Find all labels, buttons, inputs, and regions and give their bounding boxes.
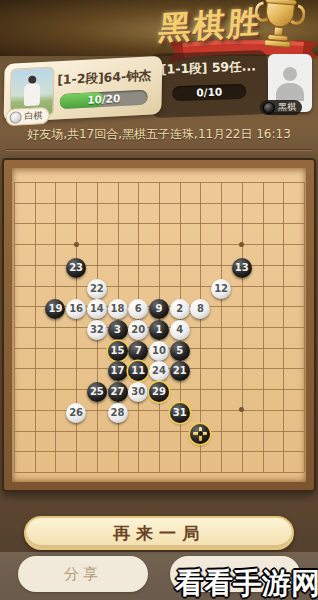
board-intersection[interactable]: [231, 275, 252, 296]
board-intersection[interactable]: [231, 172, 252, 193]
board-intersection[interactable]: [294, 420, 315, 441]
play-again-button[interactable]: 再来一局: [24, 516, 294, 550]
white-player-name: [1-2段]64-钟杰: [57, 67, 161, 89]
board-intersection[interactable]: [128, 399, 149, 420]
stone-6-white: 6: [128, 299, 148, 319]
stone-32-white: 32: [87, 320, 107, 340]
stone-move-number: 31: [170, 403, 190, 423]
black-progress-text: 0/10: [172, 84, 246, 102]
board-intersection[interactable]: [231, 379, 252, 400]
board-intersection[interactable]: [169, 172, 190, 193]
board-intersection[interactable]: [294, 358, 315, 379]
board-intersection[interactable]: [4, 379, 25, 400]
board-intersection[interactable]: [45, 441, 66, 462]
stone-20-white: 20: [128, 320, 148, 340]
board-intersection[interactable]: [294, 441, 315, 462]
board-intersection[interactable]: [273, 192, 294, 213]
stone-move-number: 20: [128, 320, 148, 340]
board-intersection[interactable]: [45, 399, 66, 420]
board-intersection[interactable]: [190, 358, 211, 379]
board-intersection[interactable]: 31: [169, 399, 190, 420]
stone-move-number: 1: [149, 320, 169, 340]
board-intersection[interactable]: [211, 358, 232, 379]
stone-11-black: 11: [128, 361, 148, 381]
white-player-panel: 白棋 [1-2段]64-钟杰 10/20: [4, 56, 163, 122]
board-intersection[interactable]: 19: [45, 296, 66, 317]
board-intersection[interactable]: [24, 317, 45, 338]
board-intersection[interactable]: [294, 172, 315, 193]
board-frame: 2313221219161418692832320141571051711242…: [2, 158, 316, 492]
board-intersection[interactable]: [24, 234, 45, 255]
board-intersection[interactable]: 32: [86, 317, 107, 338]
board-intersection[interactable]: [231, 296, 252, 317]
board-intersection[interactable]: [149, 275, 170, 296]
board-intersection[interactable]: [86, 192, 107, 213]
board-intersection[interactable]: 23: [66, 254, 87, 275]
board-intersection[interactable]: [252, 358, 273, 379]
board-intersection[interactable]: [4, 275, 25, 296]
board-intersection[interactable]: [252, 254, 273, 275]
board-intersection[interactable]: [294, 399, 315, 420]
stone-30-white: 30: [128, 382, 148, 402]
board-intersection[interactable]: [190, 172, 211, 193]
stone-24-white: 24: [149, 361, 169, 381]
stone-move-number: 8: [190, 299, 210, 319]
board-intersection[interactable]: [4, 172, 25, 193]
board-intersection[interactable]: [107, 275, 128, 296]
board-intersection[interactable]: [190, 213, 211, 234]
board-intersection[interactable]: 9: [149, 296, 170, 317]
board-intersection[interactable]: [273, 379, 294, 400]
board-intersection[interactable]: [231, 441, 252, 462]
stone-4-white: 4: [170, 320, 190, 340]
board-intersection[interactable]: [128, 275, 149, 296]
avatar-silhouette-head: [283, 67, 297, 81]
board-intersection[interactable]: 13: [231, 254, 252, 275]
board-intersection[interactable]: [128, 254, 149, 275]
board-intersection[interactable]: [252, 172, 273, 193]
stone-move-number: 16: [66, 299, 86, 319]
board-intersection[interactable]: [169, 192, 190, 213]
board-intersection[interactable]: [273, 358, 294, 379]
board-intersection[interactable]: [169, 234, 190, 255]
board-intersection[interactable]: [45, 254, 66, 275]
board-intersection[interactable]: [66, 317, 87, 338]
board-intersection[interactable]: [252, 275, 273, 296]
board-intersection[interactable]: [190, 192, 211, 213]
gomoku-result-screen: 黑棋胜 白棋 [1-2段]64-钟杰: [0, 0, 318, 600]
board-intersection[interactable]: [211, 234, 232, 255]
board-intersection[interactable]: [4, 441, 25, 462]
board-intersection[interactable]: [4, 254, 25, 275]
board-intersection[interactable]: [231, 420, 252, 441]
board-intersection[interactable]: [211, 420, 232, 441]
stone-5-black: 5: [170, 341, 190, 361]
avatar-person-body: [24, 83, 40, 106]
board-intersection[interactable]: [66, 172, 87, 193]
board-intersection[interactable]: [24, 358, 45, 379]
board-intersection[interactable]: [45, 172, 66, 193]
board-intersection[interactable]: 26: [66, 399, 87, 420]
board-intersection[interactable]: [24, 296, 45, 317]
board-intersection[interactable]: [149, 399, 170, 420]
board-intersection[interactable]: [149, 213, 170, 234]
stone-15-black: 15: [108, 341, 128, 361]
board-intersection[interactable]: [24, 441, 45, 462]
board-intersection[interactable]: [294, 317, 315, 338]
board-intersection[interactable]: [86, 172, 107, 193]
board-intersection[interactable]: [231, 462, 252, 483]
board-intersection[interactable]: [294, 296, 315, 317]
board-intersection[interactable]: [128, 172, 149, 193]
board-intersection[interactable]: [231, 337, 252, 358]
board-intersection[interactable]: [190, 234, 211, 255]
board-intersection[interactable]: 1: [149, 317, 170, 338]
stone-25-black: 25: [87, 382, 107, 402]
board-intersection[interactable]: [66, 379, 87, 400]
board-intersection[interactable]: [149, 172, 170, 193]
board-intersection[interactable]: [4, 337, 25, 358]
board-intersection[interactable]: [86, 337, 107, 358]
board-intersection[interactable]: 28: [107, 399, 128, 420]
board-intersection[interactable]: [273, 399, 294, 420]
board-intersection[interactable]: [252, 337, 273, 358]
board-intersection[interactable]: 4: [169, 317, 190, 338]
board-intersection[interactable]: 21: [169, 358, 190, 379]
board-intersection[interactable]: [66, 441, 87, 462]
board-intersection[interactable]: [211, 213, 232, 234]
board-intersection[interactable]: [66, 420, 87, 441]
board-intersection[interactable]: [24, 337, 45, 358]
board-intersection[interactable]: [45, 358, 66, 379]
board-intersection[interactable]: [24, 420, 45, 441]
board-intersection[interactable]: [211, 172, 232, 193]
board-intersection[interactable]: [128, 441, 149, 462]
board-intersection[interactable]: 10: [149, 337, 170, 358]
stone-10-white: 10: [149, 341, 169, 361]
board-intersection[interactable]: [128, 213, 149, 234]
board-intersection[interactable]: [45, 317, 66, 338]
board-intersection[interactable]: 3: [107, 317, 128, 338]
board-intersection[interactable]: [190, 441, 211, 462]
stone-move-number: 14: [87, 299, 107, 319]
board-intersection[interactable]: 25: [86, 379, 107, 400]
stone-move-number: 28: [108, 403, 128, 423]
board-intersection[interactable]: [4, 234, 25, 255]
board-intersection[interactable]: [4, 420, 25, 441]
board-intersection[interactable]: [86, 234, 107, 255]
stone-move-number: 7: [128, 341, 148, 361]
white-progress-text: 10/20: [60, 90, 148, 110]
last-move-crosshair-icon: [198, 431, 203, 436]
board-intersection[interactable]: [252, 192, 273, 213]
avatar-silhouette-body: [276, 83, 304, 101]
board-intersection[interactable]: 22: [86, 275, 107, 296]
board-intersection[interactable]: [149, 462, 170, 483]
stone-move-number: 10: [149, 341, 169, 361]
board-intersection[interactable]: [66, 192, 87, 213]
board-intersection[interactable]: [273, 296, 294, 317]
board-intersection[interactable]: [231, 317, 252, 338]
board-intersection[interactable]: [107, 172, 128, 193]
board-intersection[interactable]: [128, 420, 149, 441]
board-intersection[interactable]: [45, 213, 66, 234]
stone-1-black: 1: [149, 320, 169, 340]
board-intersection[interactable]: [231, 234, 252, 255]
black-stone-icon: [263, 102, 275, 114]
board-intersection[interactable]: [66, 213, 87, 234]
board-intersection[interactable]: [24, 379, 45, 400]
board-intersection[interactable]: [24, 462, 45, 483]
board-intersection[interactable]: [273, 317, 294, 338]
board-intersection[interactable]: [169, 462, 190, 483]
board-intersection[interactable]: [211, 399, 232, 420]
stone-move-number: 23: [66, 258, 86, 278]
board-intersection[interactable]: [45, 420, 66, 441]
board-intersection[interactable]: [294, 337, 315, 358]
board-intersection[interactable]: [4, 296, 25, 317]
board-intersection[interactable]: 24: [149, 358, 170, 379]
board-intersection[interactable]: [45, 337, 66, 358]
stone-move-number: 29: [149, 382, 169, 402]
stone-18-white: 18: [108, 299, 128, 319]
board-grid-cells: 2313221219161418692832320141571051711242…: [4, 172, 315, 483]
board-intersection[interactable]: [294, 462, 315, 483]
board-intersection[interactable]: [273, 441, 294, 462]
board-intersection[interactable]: [231, 192, 252, 213]
board-intersection[interactable]: [211, 192, 232, 213]
board-intersection[interactable]: [86, 420, 107, 441]
board-intersection[interactable]: [190, 317, 211, 338]
board-intersection[interactable]: [252, 213, 273, 234]
board-intersection[interactable]: [128, 234, 149, 255]
board-intersection[interactable]: [252, 399, 273, 420]
board-intersection[interactable]: [86, 254, 107, 275]
board-intersection[interactable]: [107, 420, 128, 441]
board-intersection[interactable]: [24, 254, 45, 275]
board-intersection[interactable]: [86, 358, 107, 379]
board-intersection[interactable]: 6: [128, 296, 149, 317]
board-intersection[interactable]: [24, 275, 45, 296]
board-intersection[interactable]: [294, 379, 315, 400]
board-intersection[interactable]: [4, 358, 25, 379]
stone-move-number: 12: [211, 279, 231, 299]
board-intersection[interactable]: [66, 275, 87, 296]
board-intersection[interactable]: [273, 234, 294, 255]
board-intersection[interactable]: [273, 275, 294, 296]
board-intersection[interactable]: [294, 254, 315, 275]
board-intersection[interactable]: [252, 379, 273, 400]
board-intersection[interactable]: [66, 234, 87, 255]
board-intersection[interactable]: [66, 358, 87, 379]
result-banner: 黑棋胜: [0, 0, 318, 56]
stone-move-number: 24: [149, 361, 169, 381]
board-intersection[interactable]: [190, 337, 211, 358]
stone-22-white: 22: [87, 279, 107, 299]
board-intersection[interactable]: [211, 462, 232, 483]
black-side-badge: 黑棋: [260, 100, 302, 115]
board-intersection[interactable]: [169, 275, 190, 296]
stone-move-number: 15: [108, 341, 128, 361]
board-intersection[interactable]: [252, 441, 273, 462]
board-intersection[interactable]: [128, 462, 149, 483]
stone-move-number: 22: [87, 279, 107, 299]
board-intersection[interactable]: [231, 358, 252, 379]
board-intersection[interactable]: [252, 317, 273, 338]
stone-move-number: 11: [128, 361, 148, 381]
board-intersection[interactable]: 11: [128, 358, 149, 379]
board-intersection[interactable]: [169, 213, 190, 234]
board-intersection[interactable]: [86, 399, 107, 420]
board-intersection[interactable]: [190, 462, 211, 483]
board-intersection[interactable]: 18: [107, 296, 128, 317]
board-intersection[interactable]: [169, 379, 190, 400]
board-intersection[interactable]: [149, 254, 170, 275]
board-intersection[interactable]: 2: [169, 296, 190, 317]
board-intersection[interactable]: [211, 337, 232, 358]
board-intersection[interactable]: [107, 441, 128, 462]
board-intersection[interactable]: [169, 441, 190, 462]
black-player-panel: [1-1段] 59任... 0/10: [149, 50, 269, 118]
board-intersection[interactable]: [107, 213, 128, 234]
board-intersection[interactable]: 8: [190, 296, 211, 317]
board-intersection[interactable]: [86, 462, 107, 483]
board-intersection[interactable]: [45, 462, 66, 483]
board-intersection[interactable]: [190, 420, 211, 441]
stone-7-black: 7: [128, 341, 148, 361]
board-intersection[interactable]: [24, 213, 45, 234]
trophy-icon: [252, 0, 307, 55]
board-intersection[interactable]: [66, 462, 87, 483]
board-intersection[interactable]: [252, 462, 273, 483]
board-intersection[interactable]: 14: [86, 296, 107, 317]
board-intersection[interactable]: 29: [149, 379, 170, 400]
board-intersection[interactable]: [190, 275, 211, 296]
board-intersection[interactable]: [4, 399, 25, 420]
board-intersection[interactable]: 20: [128, 317, 149, 338]
board-intersection[interactable]: [211, 379, 232, 400]
board-intersection[interactable]: 12: [211, 275, 232, 296]
stone-move-number: 21: [170, 361, 190, 381]
board-intersection[interactable]: [294, 192, 315, 213]
board-intersection[interactable]: [24, 192, 45, 213]
board-intersection[interactable]: [45, 234, 66, 255]
board-intersection[interactable]: [190, 399, 211, 420]
board-intersection[interactable]: [107, 462, 128, 483]
board-intersection[interactable]: [211, 441, 232, 462]
board-intersection[interactable]: [252, 420, 273, 441]
board-intersection[interactable]: [4, 462, 25, 483]
stone-move-number: 4: [170, 320, 190, 340]
gomoku-board[interactable]: 2313221219161418692832320141571051711242…: [12, 168, 306, 482]
board-intersection[interactable]: [107, 254, 128, 275]
board-intersection[interactable]: [294, 275, 315, 296]
stone-19-black: 19: [45, 299, 65, 319]
stone-move-number: 3: [108, 320, 128, 340]
stone-28-white: 28: [108, 403, 128, 423]
stone-17-black: 17: [108, 361, 128, 381]
board-intersection[interactable]: [273, 213, 294, 234]
stone-move-number: 30: [128, 382, 148, 402]
board-intersection[interactable]: 16: [66, 296, 87, 317]
board-intersection[interactable]: [273, 172, 294, 193]
board-intersection[interactable]: [273, 462, 294, 483]
board-intersection[interactable]: [107, 192, 128, 213]
board-intersection[interactable]: [24, 172, 45, 193]
board-intersection[interactable]: [211, 254, 232, 275]
board-intersection[interactable]: [273, 337, 294, 358]
board-intersection[interactable]: [273, 420, 294, 441]
board-intersection[interactable]: [211, 317, 232, 338]
board-intersection[interactable]: [4, 192, 25, 213]
stone-14-white: 14: [87, 299, 107, 319]
board-intersection[interactable]: [190, 379, 211, 400]
board-intersection[interactable]: [211, 296, 232, 317]
board-intersection[interactable]: [4, 213, 25, 234]
stone-move-number: 27: [108, 382, 128, 402]
site-watermark: 看看手游网: [175, 564, 318, 600]
board-intersection[interactable]: [149, 234, 170, 255]
board-intersection[interactable]: [45, 275, 66, 296]
board-intersection[interactable]: [294, 213, 315, 234]
stone-3-black: 3: [108, 320, 128, 340]
board-intersection[interactable]: [45, 379, 66, 400]
white-progress-bar: 10/20: [60, 90, 148, 110]
board-intersection[interactable]: [107, 234, 128, 255]
board-intersection[interactable]: [273, 254, 294, 275]
board-intersection[interactable]: [169, 420, 190, 441]
board-intersection[interactable]: [149, 192, 170, 213]
stone-12-white: 12: [211, 279, 231, 299]
board-intersection[interactable]: [169, 254, 190, 275]
stone-16-white: 16: [66, 299, 86, 319]
board-intersection[interactable]: [252, 296, 273, 317]
board-intersection[interactable]: 27: [107, 379, 128, 400]
share-button[interactable]: 分享: [18, 556, 148, 592]
stone-move-number: 17: [108, 361, 128, 381]
stone-2-white: 2: [170, 299, 190, 319]
stone-move-number: 9: [149, 299, 169, 319]
board-intersection[interactable]: [149, 441, 170, 462]
stone-8-white: 8: [190, 299, 210, 319]
board-intersection[interactable]: 15: [107, 337, 128, 358]
board-intersection[interactable]: [252, 234, 273, 255]
white-stone-icon: [10, 111, 22, 124]
board-intersection[interactable]: [45, 192, 66, 213]
board-intersection[interactable]: 7: [128, 337, 149, 358]
board-intersection[interactable]: [190, 254, 211, 275]
stone-move-number: 13: [232, 258, 252, 278]
stone-13-black: 13: [232, 258, 252, 278]
board-intersection[interactable]: 5: [169, 337, 190, 358]
board-intersection[interactable]: 17: [107, 358, 128, 379]
board-intersection[interactable]: [86, 213, 107, 234]
board-intersection[interactable]: [149, 420, 170, 441]
board-intersection[interactable]: [86, 441, 107, 462]
board-intersection[interactable]: [4, 317, 25, 338]
board-intersection[interactable]: [294, 234, 315, 255]
board-intersection[interactable]: [231, 399, 252, 420]
board-intersection[interactable]: [231, 213, 252, 234]
board-intersection[interactable]: 30: [128, 379, 149, 400]
black-player-avatar[interactable]: 黑棋: [268, 54, 312, 112]
board-intersection[interactable]: [24, 399, 45, 420]
board-intersection[interactable]: [66, 337, 87, 358]
stone-move-number: 32: [87, 320, 107, 340]
divider-line: [6, 149, 312, 150]
board-intersection[interactable]: [128, 192, 149, 213]
stone-27-black: 27: [108, 382, 128, 402]
